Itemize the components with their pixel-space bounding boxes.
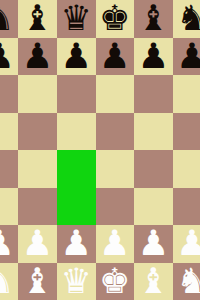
square-e6[interactable] <box>96 75 135 113</box>
piece-black-knight-b8[interactable]: ♞ <box>0 0 15 38</box>
piece-black-queen-d8[interactable]: ♛ <box>60 0 91 38</box>
piece-black-pawn-b7[interactable]: ♟ <box>0 38 15 76</box>
piece-black-bishop-f8[interactable]: ♝ <box>138 0 169 38</box>
square-e5[interactable] <box>96 113 135 151</box>
piece-black-pawn-d7[interactable]: ♟ <box>60 38 91 76</box>
piece-white-pawn-e2[interactable]: ♟ <box>99 225 130 263</box>
square-f6[interactable] <box>134 75 173 113</box>
square-b7[interactable]: ♟ <box>0 38 18 76</box>
square-d1[interactable]: ♛ <box>57 263 96 300</box>
piece-white-pawn-g2[interactable]: ♟ <box>176 225 200 263</box>
square-c2[interactable]: ♟ <box>18 225 57 263</box>
piece-white-pawn-d2[interactable]: ♟ <box>60 225 91 263</box>
square-c4[interactable] <box>18 150 57 188</box>
square-e3[interactable] <box>96 188 135 226</box>
chess-board: ♜♞♝♛♚♝♞♜♟♟♟♟♟♟♟♟♟♟♟♟♟♟♟♟♜♞♝♛♚♝♞♜ <box>0 0 200 300</box>
piece-white-queen-d1[interactable]: ♛ <box>60 263 91 300</box>
square-e2[interactable]: ♟ <box>96 225 135 263</box>
square-c7[interactable]: ♟ <box>18 38 57 76</box>
square-c6[interactable] <box>18 75 57 113</box>
square-g1[interactable]: ♞ <box>173 263 200 300</box>
square-f4[interactable] <box>134 150 173 188</box>
square-b8[interactable]: ♞ <box>0 0 18 38</box>
square-d5[interactable] <box>57 113 96 151</box>
square-c5[interactable] <box>18 113 57 151</box>
square-e8[interactable]: ♚ <box>96 0 135 38</box>
piece-white-knight-g1[interactable]: ♞ <box>176 263 200 300</box>
piece-white-bishop-c1[interactable]: ♝ <box>22 263 53 300</box>
square-d3[interactable] <box>57 188 96 226</box>
piece-white-king-e1[interactable]: ♚ <box>99 263 130 300</box>
square-g7[interactable]: ♟ <box>173 38 200 76</box>
square-e7[interactable]: ♟ <box>96 38 135 76</box>
square-f5[interactable] <box>134 113 173 151</box>
square-g8[interactable]: ♞ <box>173 0 200 38</box>
piece-white-pawn-c2[interactable]: ♟ <box>22 225 53 263</box>
piece-black-bishop-c8[interactable]: ♝ <box>22 0 53 38</box>
piece-white-pawn-f2[interactable]: ♟ <box>138 225 169 263</box>
square-d6[interactable] <box>57 75 96 113</box>
square-g2[interactable]: ♟ <box>173 225 200 263</box>
square-c8[interactable]: ♝ <box>18 0 57 38</box>
square-b4[interactable] <box>0 150 18 188</box>
piece-black-pawn-c7[interactable]: ♟ <box>22 38 53 76</box>
piece-white-pawn-b2[interactable]: ♟ <box>0 225 15 263</box>
piece-white-knight-b1[interactable]: ♞ <box>0 263 15 300</box>
square-f1[interactable]: ♝ <box>134 263 173 300</box>
piece-black-king-e8[interactable]: ♚ <box>99 0 130 38</box>
piece-black-pawn-f7[interactable]: ♟ <box>138 38 169 76</box>
square-b3[interactable] <box>0 188 18 226</box>
square-d7[interactable]: ♟ <box>57 38 96 76</box>
square-g5[interactable] <box>173 113 200 151</box>
square-b2[interactable]: ♟ <box>0 225 18 263</box>
square-e1[interactable]: ♚ <box>96 263 135 300</box>
square-f8[interactable]: ♝ <box>134 0 173 38</box>
piece-black-pawn-e7[interactable]: ♟ <box>99 38 130 76</box>
square-d4[interactable] <box>57 150 96 188</box>
square-e4[interactable] <box>96 150 135 188</box>
square-f3[interactable] <box>134 188 173 226</box>
square-g4[interactable] <box>173 150 200 188</box>
square-f7[interactable]: ♟ <box>134 38 173 76</box>
square-b5[interactable] <box>0 113 18 151</box>
square-c3[interactable] <box>18 188 57 226</box>
square-g3[interactable] <box>173 188 200 226</box>
square-d8[interactable]: ♛ <box>57 0 96 38</box>
piece-black-pawn-g7[interactable]: ♟ <box>176 38 200 76</box>
square-g6[interactable] <box>173 75 200 113</box>
chess-board-viewport: ♜♞♝♛♚♝♞♜♟♟♟♟♟♟♟♟♟♟♟♟♟♟♟♟♜♞♝♛♚♝♞♜ <box>0 0 200 300</box>
square-f2[interactable]: ♟ <box>134 225 173 263</box>
square-d2[interactable]: ♟ <box>57 225 96 263</box>
square-b6[interactable] <box>0 75 18 113</box>
square-c1[interactable]: ♝ <box>18 263 57 300</box>
piece-black-knight-g8[interactable]: ♞ <box>176 0 200 38</box>
piece-white-bishop-f1[interactable]: ♝ <box>138 263 169 300</box>
square-b1[interactable]: ♞ <box>0 263 18 300</box>
